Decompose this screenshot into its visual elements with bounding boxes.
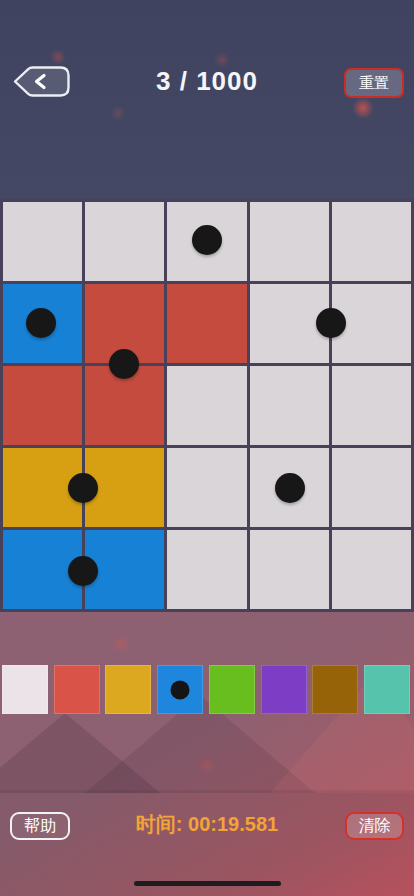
cell-r3c3[interactable] bbox=[167, 366, 246, 445]
clear-button[interactable]: 清除 bbox=[345, 812, 404, 840]
timer-value: 00:19.581 bbox=[188, 813, 278, 835]
cell-r5c5[interactable] bbox=[332, 530, 411, 609]
background-bottom bbox=[0, 611, 414, 896]
cell-r1c2[interactable] bbox=[85, 202, 164, 281]
cell-r3c1[interactable] bbox=[3, 366, 82, 445]
timer-label: 时间: bbox=[136, 813, 183, 835]
cell-r4c3[interactable] bbox=[167, 448, 246, 527]
cell-r1c4[interactable] bbox=[250, 202, 329, 281]
board-dot bbox=[68, 473, 98, 503]
palette-swatch-3[interactable] bbox=[105, 665, 151, 714]
palette-swatch-8[interactable] bbox=[364, 665, 410, 714]
board-dot bbox=[316, 308, 346, 338]
selected-color-dot bbox=[171, 680, 190, 699]
cell-r2c3[interactable] bbox=[167, 284, 246, 363]
cell-r5c3[interactable] bbox=[167, 530, 246, 609]
palette bbox=[2, 665, 410, 714]
palette-swatch-4[interactable] bbox=[157, 665, 203, 714]
board-dot bbox=[68, 556, 98, 586]
board-dot bbox=[275, 473, 305, 503]
cell-r4c5[interactable] bbox=[332, 448, 411, 527]
cell-r5c4[interactable] bbox=[250, 530, 329, 609]
home-indicator bbox=[134, 881, 281, 886]
palette-swatch-1[interactable] bbox=[2, 665, 48, 714]
cell-r1c5[interactable] bbox=[332, 202, 411, 281]
board-dot bbox=[26, 308, 56, 338]
board bbox=[0, 199, 414, 612]
reset-button[interactable]: 重置 bbox=[344, 68, 404, 98]
palette-swatch-6[interactable] bbox=[261, 665, 307, 714]
palette-swatch-7[interactable] bbox=[312, 665, 358, 714]
board-dot bbox=[192, 225, 222, 255]
palette-swatch-2[interactable] bbox=[54, 665, 100, 714]
board-dot bbox=[109, 349, 139, 379]
cell-r3c4[interactable] bbox=[250, 366, 329, 445]
cell-r1c1[interactable] bbox=[3, 202, 82, 281]
cell-r3c5[interactable] bbox=[332, 366, 411, 445]
palette-swatch-5[interactable] bbox=[209, 665, 255, 714]
